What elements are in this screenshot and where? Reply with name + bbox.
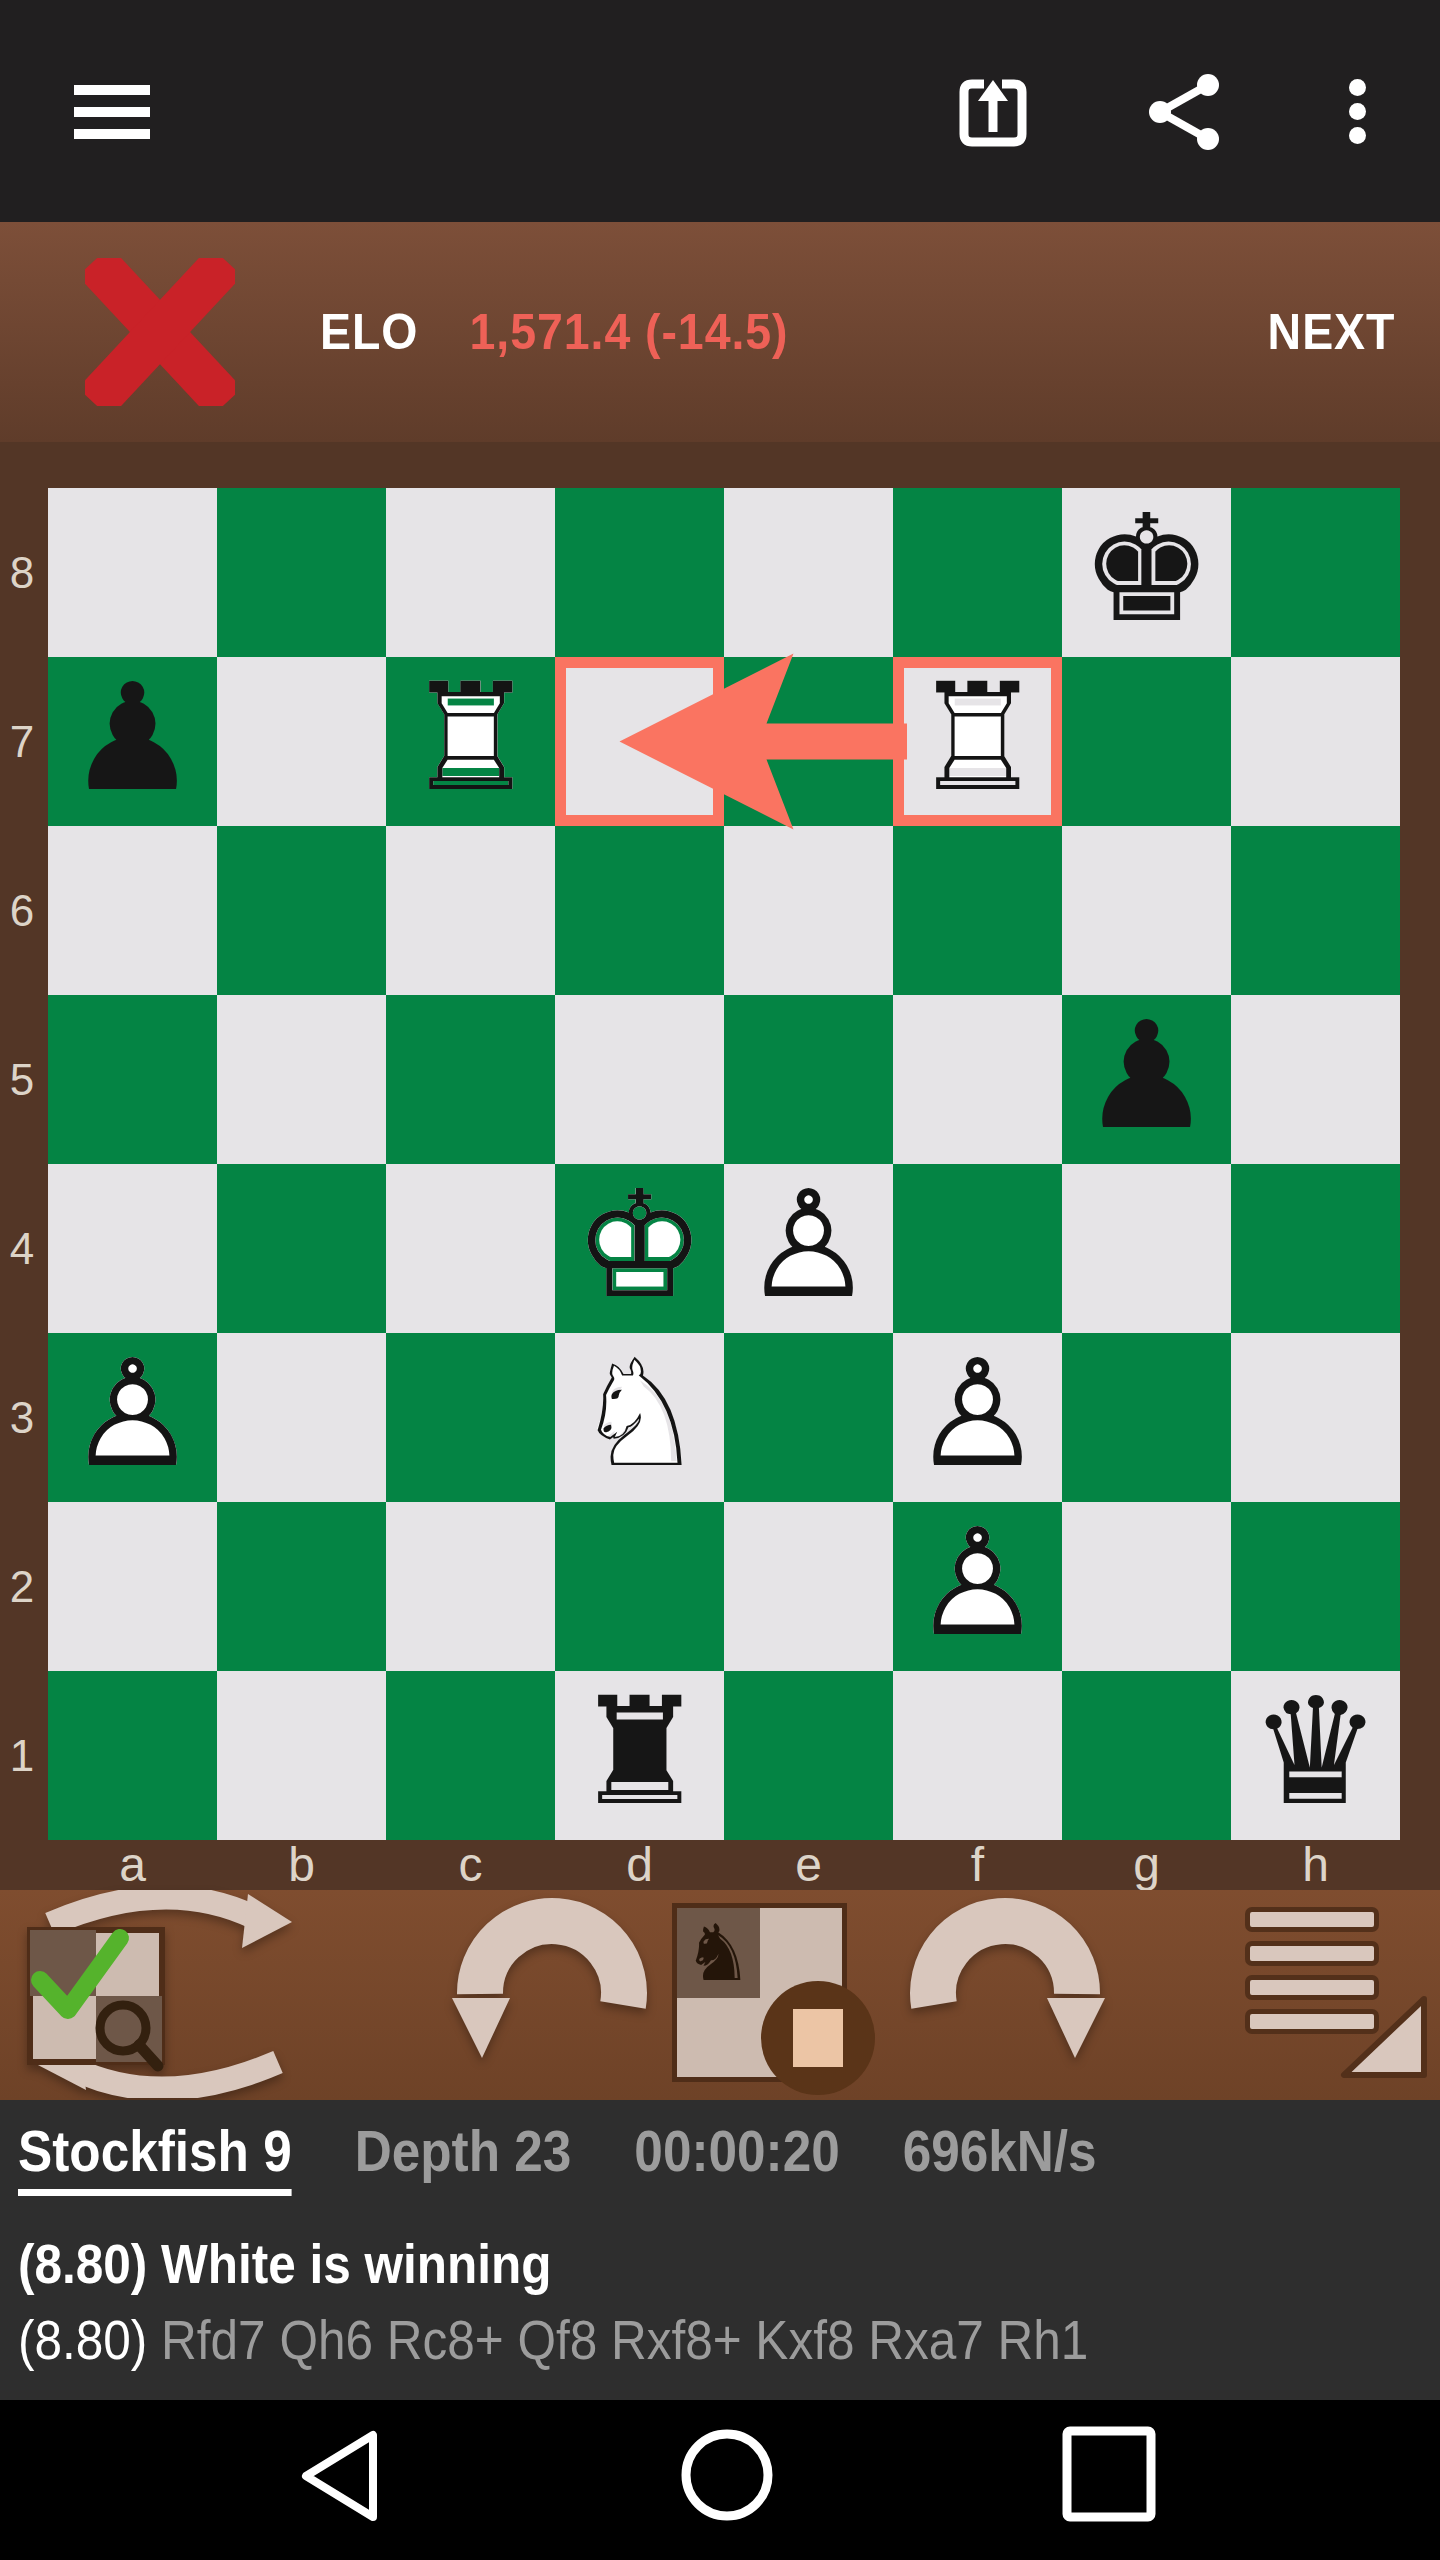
rank-label-6: 6 — [0, 826, 44, 995]
square-f8[interactable] — [893, 488, 1062, 657]
undo-button[interactable] — [452, 1890, 652, 2098]
check-solution-button[interactable] — [16, 1890, 312, 2098]
white-pawn-f2[interactable]: ♟♙ — [893, 1502, 1062, 1671]
rank-label-1: 1 — [0, 1671, 44, 1840]
eval-score: (8.80) — [18, 2233, 147, 2295]
square-b2[interactable] — [217, 1502, 386, 1671]
square-g7[interactable] — [1062, 657, 1231, 826]
bottom-toolbar: ♞ — [0, 1890, 1440, 2100]
square-f5[interactable] — [893, 995, 1062, 1164]
square-c4[interactable] — [386, 1164, 555, 1333]
square-d6[interactable] — [555, 826, 724, 995]
square-e8[interactable] — [724, 488, 893, 657]
square-b5[interactable] — [217, 995, 386, 1164]
square-a4[interactable] — [48, 1164, 217, 1333]
square-b7[interactable] — [217, 657, 386, 826]
rank-label-5: 5 — [0, 995, 44, 1164]
board-area: ♚♟♜♖♜♖♟♚♔♟♙♟♙♞♘♟♙♟♙♜♛ 87654321 abcdefgh — [0, 442, 1440, 1890]
white-king-d4[interactable]: ♚♔ — [555, 1164, 724, 1333]
square-h8[interactable] — [1231, 488, 1400, 657]
black-pawn-a7[interactable]: ♟ — [48, 657, 217, 826]
elo-label: ELO — [320, 303, 418, 361]
rank-label-3: 3 — [0, 1333, 44, 1502]
file-label-e: e — [724, 1840, 893, 1890]
redo-button[interactable] — [905, 1890, 1105, 2098]
square-f6[interactable] — [893, 826, 1062, 995]
recents-icon[interactable] — [1062, 2426, 1156, 2522]
file-label-g: g — [1062, 1840, 1231, 1890]
square-d2[interactable] — [555, 1502, 724, 1671]
square-h6[interactable] — [1231, 826, 1400, 995]
file-label-c: c — [386, 1840, 555, 1890]
square-b3[interactable] — [217, 1333, 386, 1502]
square-c1[interactable] — [386, 1671, 555, 1840]
puzzle-result-bar: ELO 1,571.4 (-14.5) NEXT — [0, 222, 1440, 442]
next-button[interactable]: NEXT — [1267, 222, 1395, 442]
square-a6[interactable] — [48, 826, 217, 995]
rank-label-8: 8 — [0, 488, 44, 657]
chess-tactics-app: ELO 1,571.4 (-14.5) NEXT ♚♟♜♖♜♖♟♚♔♟♙♟♙♞♘… — [0, 0, 1440, 2560]
square-h4[interactable] — [1231, 1164, 1400, 1333]
home-icon[interactable] — [677, 2425, 777, 2525]
open-in-new-icon[interactable] — [958, 76, 1028, 148]
engine-time: 00:00:20 — [634, 2118, 839, 2184]
engine-name[interactable]: Stockfish 9 — [18, 2118, 292, 2196]
eval-pv-line: (8.80) Rfd7 Qh6 Rc8+ Qf8 Rxf8+ Kxf8 Rxa7… — [18, 2308, 1088, 2372]
file-label-h: h — [1231, 1840, 1400, 1890]
square-c6[interactable] — [386, 826, 555, 995]
square-h7[interactable] — [1231, 657, 1400, 826]
engine-stop-badge[interactable] — [761, 1981, 875, 2095]
square-e5[interactable] — [724, 995, 893, 1164]
rank-label-2: 2 — [0, 1502, 44, 1671]
square-a8[interactable] — [48, 488, 217, 657]
square-g3[interactable] — [1062, 1333, 1231, 1502]
square-c2[interactable] — [386, 1502, 555, 1671]
file-label-a: a — [48, 1840, 217, 1890]
file-label-b: b — [217, 1840, 386, 1890]
top-app-bar — [0, 0, 1440, 222]
white-pawn-f3[interactable]: ♟♙ — [893, 1333, 1062, 1502]
square-c8[interactable] — [386, 488, 555, 657]
red-x-icon — [85, 258, 235, 406]
back-icon[interactable] — [300, 2429, 380, 2523]
square-g2[interactable] — [1062, 1502, 1231, 1671]
square-b8[interactable] — [217, 488, 386, 657]
file-label-d: d — [555, 1840, 724, 1890]
eval-score: (8.80) — [18, 2309, 147, 2371]
pv-moves: Rfd7 Qh6 Rc8+ Qf8 Rxf8+ Kxf8 Rxa7 Rh1 — [161, 2309, 1088, 2371]
square-g6[interactable] — [1062, 826, 1231, 995]
square-g1[interactable] — [1062, 1671, 1231, 1840]
white-pawn-e4[interactable]: ♟♙ — [724, 1164, 893, 1333]
rank-label-4: 4 — [0, 1164, 44, 1333]
engine-analysis-panel: Stockfish 9 Depth 23 00:00:20 696kN/s (8… — [0, 2100, 1440, 2400]
square-h3[interactable] — [1231, 1333, 1400, 1502]
rank-label-7: 7 — [0, 657, 44, 826]
black-queen-h1[interactable]: ♛ — [1231, 1671, 1400, 1840]
stop-icon — [793, 2009, 843, 2067]
square-e2[interactable] — [724, 1502, 893, 1671]
square-c5[interactable] — [386, 995, 555, 1164]
white-knight-d3[interactable]: ♞♘ — [555, 1333, 724, 1502]
elo-value: 1,571.4 (-14.5) — [470, 303, 789, 361]
square-d8[interactable] — [555, 488, 724, 657]
square-h2[interactable] — [1231, 1502, 1400, 1671]
file-label-f: f — [893, 1840, 1062, 1890]
android-nav-bar — [0, 2400, 1440, 2560]
square-e6[interactable] — [724, 826, 893, 995]
chess-board[interactable]: ♚♟♜♖♜♖♟♚♔♟♙♟♙♞♘♟♙♟♙♜♛ — [48, 488, 1400, 1840]
square-f4[interactable] — [893, 1164, 1062, 1333]
share-icon[interactable] — [1148, 72, 1222, 152]
square-e3[interactable] — [724, 1333, 893, 1502]
square-b1[interactable] — [217, 1671, 386, 1840]
square-b4[interactable] — [217, 1164, 386, 1333]
white-pawn-a3[interactable]: ♟♙ — [48, 1333, 217, 1502]
eval-verdict: White is winning — [161, 2233, 551, 2295]
square-a1[interactable] — [48, 1671, 217, 1840]
white-rook-c7[interactable]: ♜♖ — [386, 657, 555, 826]
square-e7[interactable] — [724, 657, 893, 826]
square-e1[interactable] — [724, 1671, 893, 1840]
engine-depth: Depth 23 — [355, 2118, 572, 2184]
black-pawn-g5[interactable]: ♟ — [1062, 995, 1231, 1164]
square-b6[interactable] — [217, 826, 386, 995]
square-a2[interactable] — [48, 1502, 217, 1671]
square-g4[interactable] — [1062, 1164, 1231, 1333]
square-a5[interactable] — [48, 995, 217, 1164]
eval-summary-line: (8.80) White is winning — [18, 2232, 552, 2296]
square-d5[interactable] — [555, 995, 724, 1164]
engine-speed: 696kN/s — [903, 2118, 1097, 2184]
square-f1[interactable] — [893, 1671, 1062, 1840]
square-h5[interactable] — [1231, 995, 1400, 1164]
expand-triangle-icon — [1338, 1993, 1430, 2081]
black-rook-d1[interactable]: ♜ — [555, 1671, 724, 1840]
white-rook-f7[interactable]: ♜♖ — [893, 657, 1062, 826]
square-c3[interactable] — [386, 1333, 555, 1502]
black-king-g8[interactable]: ♚ — [1062, 488, 1231, 657]
highlight-d7 — [555, 657, 724, 826]
knight-board-icon: ♞ — [677, 1908, 760, 1998]
